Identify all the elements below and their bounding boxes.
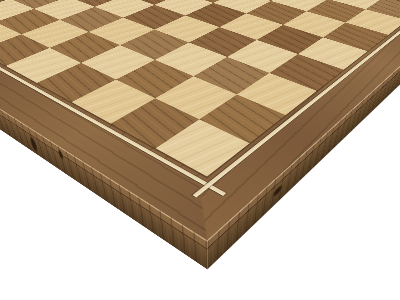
chessboard-photo-scene (0, 0, 400, 300)
chessboard (0, 0, 400, 240)
